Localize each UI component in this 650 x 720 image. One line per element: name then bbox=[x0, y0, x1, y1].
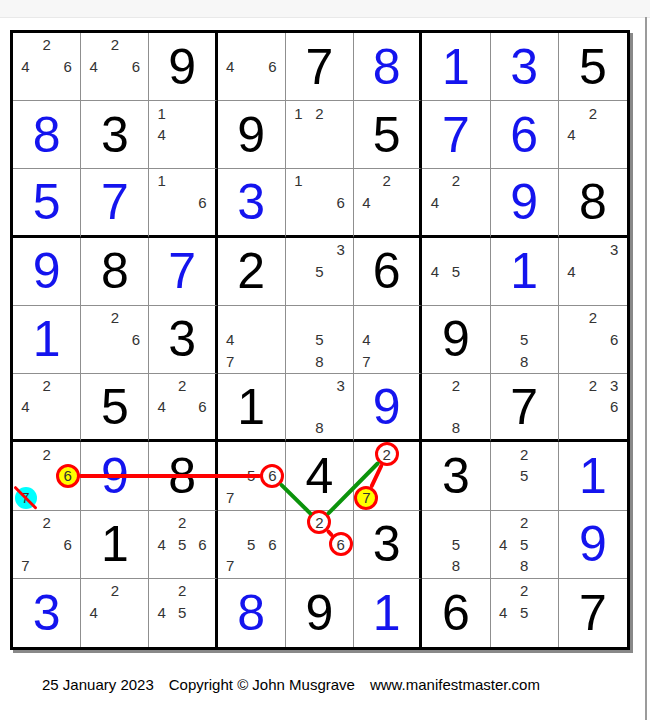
candidate-slot bbox=[535, 533, 556, 555]
candidate-slot bbox=[104, 624, 125, 646]
cell-r7c4[interactable]: 567 bbox=[218, 442, 286, 510]
candidate-slot: 5 bbox=[514, 329, 535, 351]
candidate-slot: 4 bbox=[561, 124, 582, 146]
candidate-digit: 3 bbox=[610, 378, 618, 393]
candidate-slot: 6 bbox=[57, 56, 78, 78]
given-digit: 6 bbox=[442, 588, 470, 638]
candidate-slot bbox=[241, 329, 262, 351]
candidate-slot bbox=[397, 487, 417, 509]
candidate-slot bbox=[604, 146, 625, 168]
candidate-grid: 14 bbox=[149, 101, 214, 168]
candidate-slot bbox=[561, 102, 582, 124]
candidate-slot: 6 bbox=[192, 533, 212, 555]
cell-r1c6[interactable]: 8 bbox=[354, 33, 422, 101]
candidate-slot: 7 bbox=[220, 350, 241, 372]
given-digit: 3 bbox=[442, 451, 470, 501]
cell-r2c5[interactable]: 12 bbox=[286, 101, 354, 169]
cell-r3c5[interactable]: 16 bbox=[286, 169, 354, 237]
cell-r8c9[interactable]: 9 bbox=[559, 511, 627, 579]
candidate-slot bbox=[582, 146, 603, 168]
cell-r9c6[interactable]: 1 bbox=[354, 579, 422, 647]
candidate-slot bbox=[309, 307, 330, 329]
candidate-slot: 4 bbox=[493, 602, 514, 624]
candidate-slot: 6 bbox=[192, 192, 212, 213]
candidate-slot: 3 bbox=[604, 375, 625, 396]
cell-r1c2[interactable]: 246 bbox=[81, 33, 149, 101]
candidate-slot bbox=[466, 282, 487, 304]
candidate-slot bbox=[192, 580, 212, 602]
candidate-slot: 7 bbox=[356, 487, 376, 509]
cell-r9c1[interactable]: 3 bbox=[13, 579, 81, 647]
candidate-slot bbox=[493, 443, 514, 465]
cell-r6c5[interactable]: 38 bbox=[286, 374, 354, 442]
candidate-grid: 24 bbox=[422, 169, 489, 234]
cell-r2c2[interactable]: 3 bbox=[81, 101, 149, 169]
candidate-slot bbox=[397, 213, 417, 234]
cell-r4c4[interactable]: 2 bbox=[218, 238, 286, 306]
cell-r8c6[interactable]: 3 bbox=[354, 511, 422, 579]
window-top-strip bbox=[0, 0, 650, 18]
candidate-slot bbox=[192, 624, 212, 646]
given-digit: 7 bbox=[579, 588, 607, 638]
candidate-slot bbox=[377, 350, 397, 372]
candidate-slot: 2 bbox=[104, 34, 125, 56]
given-digit: 1 bbox=[101, 519, 129, 569]
candidate-slot: 8 bbox=[309, 350, 330, 372]
candidate-digit: 5 bbox=[247, 537, 255, 552]
candidate-slot bbox=[104, 350, 125, 372]
cell-r7c5[interactable]: 4 bbox=[286, 442, 354, 510]
candidate-grid: 2456 bbox=[149, 511, 214, 578]
candidate-slot bbox=[262, 555, 283, 577]
candidate-digit: 5 bbox=[520, 468, 528, 483]
cell-r5c4[interactable]: 47 bbox=[218, 306, 286, 374]
candidate-digit: 4 bbox=[499, 537, 507, 552]
candidate-slot bbox=[535, 350, 556, 372]
cell-r4c3[interactable]: 7 bbox=[149, 238, 217, 306]
window-right-edge bbox=[645, 17, 647, 720]
candidate-slot bbox=[57, 443, 78, 465]
candidate-digit: 4 bbox=[157, 399, 165, 414]
candidate-slot bbox=[241, 350, 262, 372]
candidate-slot bbox=[424, 512, 445, 534]
candidate-slot bbox=[288, 307, 309, 329]
candidate-slot: 2 bbox=[445, 170, 466, 191]
candidate-slot bbox=[172, 192, 192, 213]
cell-r9c4[interactable]: 8 bbox=[218, 579, 286, 647]
candidate-digit: 2 bbox=[111, 583, 119, 598]
candidate-digit: 6 bbox=[336, 537, 344, 552]
candidate-slot bbox=[561, 239, 582, 261]
candidate-slot: 6 bbox=[125, 329, 146, 351]
candidate-slot bbox=[445, 512, 466, 534]
candidate-digit: 8 bbox=[315, 420, 323, 435]
candidate-slot bbox=[309, 192, 330, 213]
cell-r8c7[interactable]: 58 bbox=[422, 511, 490, 579]
cell-r7c3[interactable]: 8 bbox=[149, 442, 217, 510]
candidate-slot bbox=[535, 555, 556, 577]
candidate-slot bbox=[262, 512, 283, 534]
candidate-slot bbox=[288, 350, 309, 372]
candidate-slot bbox=[377, 213, 397, 234]
candidate-slot bbox=[466, 396, 487, 417]
candidate-slot bbox=[83, 307, 104, 329]
candidate-slot bbox=[582, 417, 603, 438]
given-digit: 5 bbox=[373, 110, 401, 160]
candidate-slot: 3 bbox=[330, 375, 351, 396]
candidate-grid: 47 bbox=[218, 306, 285, 373]
candidate-slot bbox=[514, 624, 535, 646]
candidate-slot bbox=[493, 580, 514, 602]
candidate-digit: 2 bbox=[315, 515, 323, 530]
cell-r9c5[interactable]: 9 bbox=[286, 579, 354, 647]
cell-r5c5[interactable]: 58 bbox=[286, 306, 354, 374]
solved-digit: 5 bbox=[33, 177, 61, 227]
candidate-slot bbox=[104, 56, 125, 78]
candidate-slot bbox=[241, 34, 262, 56]
candidate-slot bbox=[241, 555, 262, 577]
candidate-slot bbox=[288, 375, 309, 396]
cell-r7c7[interactable]: 3 bbox=[422, 442, 490, 510]
candidate-slot bbox=[377, 465, 397, 487]
candidate-slot: 2 bbox=[514, 512, 535, 534]
solved-digit: 9 bbox=[101, 451, 129, 501]
candidate-slot: 2 bbox=[309, 512, 330, 534]
cell-r8c4[interactable]: 567 bbox=[218, 511, 286, 579]
solved-digit: 3 bbox=[510, 42, 538, 92]
candidate-slot: 7 bbox=[15, 487, 36, 509]
candidate-slot bbox=[288, 124, 309, 146]
candidate-digit: 7 bbox=[21, 558, 29, 573]
candidate-grid: 28 bbox=[422, 374, 489, 439]
candidate-grid: 24 bbox=[81, 579, 148, 647]
candidate-slot bbox=[192, 555, 212, 577]
candidate-slot: 8 bbox=[445, 417, 466, 438]
candidate-slot bbox=[192, 512, 212, 534]
candidate-digit: 1 bbox=[294, 106, 302, 121]
cell-r5c1[interactable]: 1 bbox=[13, 306, 81, 374]
candidate-slot bbox=[561, 396, 582, 417]
cell-r6c3[interactable]: 246 bbox=[149, 374, 217, 442]
candidate-slot bbox=[125, 350, 146, 372]
cell-r6c9[interactable]: 236 bbox=[559, 374, 627, 442]
cell-r6c8[interactable]: 7 bbox=[491, 374, 559, 442]
candidate-slot bbox=[445, 282, 466, 304]
cell-r4c8[interactable]: 1 bbox=[491, 238, 559, 306]
candidate-digit: 6 bbox=[198, 195, 206, 210]
candidate-digit: 6 bbox=[198, 537, 206, 552]
cell-r6c6[interactable]: 9 bbox=[354, 374, 422, 442]
cell-r9c8[interactable]: 245 bbox=[491, 579, 559, 647]
candidate-digit: 6 bbox=[64, 537, 72, 552]
cell-r1c1[interactable]: 246 bbox=[13, 33, 81, 101]
candidate-slot bbox=[535, 443, 556, 465]
cell-r9c7[interactable]: 6 bbox=[422, 579, 490, 647]
candidate-digit: 4 bbox=[362, 195, 370, 210]
cell-r8c2[interactable]: 1 bbox=[81, 511, 149, 579]
candidate-digit: 4 bbox=[157, 605, 165, 620]
cell-r3c8[interactable]: 9 bbox=[491, 169, 559, 237]
candidate-slot bbox=[514, 487, 535, 509]
candidate-slot bbox=[330, 282, 351, 304]
candidate-slot bbox=[83, 329, 104, 351]
sudoku-board: 2462469467813583149125762457163162424989… bbox=[10, 30, 630, 650]
candidate-grid: 27 bbox=[354, 442, 419, 509]
candidate-slot bbox=[466, 555, 487, 577]
candidate-slot bbox=[535, 329, 556, 351]
cell-r5c6[interactable]: 47 bbox=[354, 306, 422, 374]
candidate-slot bbox=[15, 533, 36, 555]
candidate-slot bbox=[172, 555, 192, 577]
cell-r9c3[interactable]: 245 bbox=[149, 579, 217, 647]
candidate-slot bbox=[192, 124, 212, 146]
cell-r3c4[interactable]: 3 bbox=[218, 169, 286, 237]
candidate-slot bbox=[288, 396, 309, 417]
cell-r2c3[interactable]: 14 bbox=[149, 101, 217, 169]
candidate-slot: 5 bbox=[514, 602, 535, 624]
candidate-slot bbox=[582, 350, 603, 372]
candidate-slot bbox=[125, 307, 146, 329]
cell-r2c1[interactable]: 8 bbox=[13, 101, 81, 169]
cell-r6c1[interactable]: 24 bbox=[13, 374, 81, 442]
cell-r7c1[interactable]: 267 bbox=[13, 442, 81, 510]
candidate-slot bbox=[493, 465, 514, 487]
candidate-grid: 24 bbox=[354, 169, 419, 234]
candidate-slot: 6 bbox=[604, 329, 625, 351]
candidate-slot bbox=[535, 512, 556, 534]
candidate-digit: 4 bbox=[567, 127, 575, 142]
candidate-grid: 567 bbox=[218, 511, 285, 578]
cell-r2c9[interactable]: 24 bbox=[559, 101, 627, 169]
candidate-slot: 6 bbox=[262, 56, 283, 78]
cell-r8c3[interactable]: 2456 bbox=[149, 511, 217, 579]
cell-r6c2[interactable]: 5 bbox=[81, 374, 149, 442]
candidate-grid: 35 bbox=[286, 238, 353, 305]
cell-r7c2[interactable]: 9 bbox=[81, 442, 149, 510]
candidate-grid: 246 bbox=[149, 374, 214, 439]
candidate-digit: 2 bbox=[520, 515, 528, 530]
cell-r5c9[interactable]: 26 bbox=[559, 306, 627, 374]
candidate-digit: 3 bbox=[336, 378, 344, 393]
candidate-slot bbox=[535, 602, 556, 624]
solved-digit: 1 bbox=[579, 451, 607, 501]
cell-r5c2[interactable]: 26 bbox=[81, 306, 149, 374]
candidate-slot bbox=[57, 77, 78, 99]
candidate-slot bbox=[561, 329, 582, 351]
candidate-slot bbox=[288, 192, 309, 213]
given-digit: 6 bbox=[373, 246, 401, 296]
candidate-slot: 4 bbox=[424, 260, 445, 282]
candidate-slot bbox=[241, 487, 262, 509]
given-digit: 3 bbox=[168, 314, 196, 364]
candidate-slot bbox=[151, 375, 171, 396]
cell-r4c7[interactable]: 45 bbox=[422, 238, 490, 306]
candidate-slot bbox=[220, 307, 241, 329]
candidate-slot: 6 bbox=[262, 533, 283, 555]
caption-copyright: Copyright © John Musgrave bbox=[169, 676, 355, 693]
solved-digit: 1 bbox=[442, 42, 470, 92]
candidate-digit: 2 bbox=[111, 37, 119, 52]
candidate-slot: 2 bbox=[36, 443, 57, 465]
candidate-slot: 4 bbox=[151, 396, 171, 417]
candidate-grid: 24 bbox=[559, 101, 627, 168]
cell-r7c9[interactable]: 1 bbox=[559, 442, 627, 510]
candidate-digit: 1 bbox=[294, 173, 302, 188]
cell-r2c4[interactable]: 9 bbox=[218, 101, 286, 169]
solved-digit: 9 bbox=[579, 519, 607, 569]
candidate-digit: 5 bbox=[452, 264, 460, 279]
candidate-digit: 2 bbox=[42, 378, 50, 393]
cell-r8c1[interactable]: 267 bbox=[13, 511, 81, 579]
candidate-slot: 6 bbox=[330, 192, 351, 213]
cell-r6c7[interactable]: 28 bbox=[422, 374, 490, 442]
cell-r7c6[interactable]: 27 bbox=[354, 442, 422, 510]
given-digit: 3 bbox=[373, 519, 401, 569]
candidate-slot bbox=[330, 102, 351, 124]
candidate-slot bbox=[57, 396, 78, 417]
candidate-slot: 1 bbox=[151, 170, 171, 191]
candidate-slot bbox=[288, 417, 309, 438]
cell-r3c3[interactable]: 16 bbox=[149, 169, 217, 237]
candidate-slot bbox=[356, 307, 376, 329]
candidate-slot: 4 bbox=[493, 533, 514, 555]
candidate-digit: 2 bbox=[452, 378, 460, 393]
cell-r4c9[interactable]: 34 bbox=[559, 238, 627, 306]
cell-r8c5[interactable]: 26 bbox=[286, 511, 354, 579]
candidate-slot bbox=[397, 170, 417, 191]
cell-r4c6[interactable]: 6 bbox=[354, 238, 422, 306]
candidate-slot bbox=[397, 192, 417, 213]
candidate-digit: 4 bbox=[362, 332, 370, 347]
candidate-slot bbox=[330, 307, 351, 329]
candidate-slot bbox=[330, 512, 351, 534]
cell-r3c6[interactable]: 24 bbox=[354, 169, 422, 237]
cell-r4c1[interactable]: 9 bbox=[13, 238, 81, 306]
candidate-slot bbox=[192, 213, 212, 234]
candidate-slot bbox=[466, 512, 487, 534]
candidate-slot bbox=[330, 396, 351, 417]
cell-r7c8[interactable]: 25 bbox=[491, 442, 559, 510]
cell-r9c2[interactable]: 24 bbox=[81, 579, 149, 647]
candidate-slot bbox=[83, 624, 104, 646]
candidate-slot bbox=[172, 124, 192, 146]
cell-r1c9[interactable]: 5 bbox=[559, 33, 627, 101]
candidate-slot bbox=[535, 487, 556, 509]
cell-r4c2[interactable]: 8 bbox=[81, 238, 149, 306]
candidate-slot: 8 bbox=[309, 417, 330, 438]
candidate-slot: 6 bbox=[604, 396, 625, 417]
candidate-slot bbox=[397, 307, 417, 329]
candidate-digit: 7 bbox=[226, 558, 234, 573]
candidate-digit: 2 bbox=[589, 106, 597, 121]
cell-r2c7[interactable]: 7 bbox=[422, 101, 490, 169]
given-digit: 8 bbox=[101, 246, 129, 296]
cell-r1c4[interactable]: 46 bbox=[218, 33, 286, 101]
candidate-slot bbox=[493, 555, 514, 577]
candidate-slot bbox=[57, 375, 78, 396]
candidate-slot bbox=[466, 213, 487, 234]
candidate-slot bbox=[288, 213, 309, 234]
candidate-slot bbox=[466, 375, 487, 396]
cell-r8c8[interactable]: 2458 bbox=[491, 511, 559, 579]
candidate-slot bbox=[172, 213, 192, 234]
cell-r2c8[interactable]: 6 bbox=[491, 101, 559, 169]
candidate-digit: 6 bbox=[336, 195, 344, 210]
candidate-slot bbox=[172, 624, 192, 646]
candidate-slot bbox=[15, 77, 36, 99]
candidate-slot: 4 bbox=[15, 56, 36, 78]
candidate-slot bbox=[262, 487, 283, 509]
cell-r1c3[interactable]: 9 bbox=[149, 33, 217, 101]
candidate-slot bbox=[57, 512, 78, 534]
candidate-digit: 2 bbox=[178, 378, 186, 393]
candidate-slot bbox=[493, 329, 514, 351]
cell-r2c6[interactable]: 5 bbox=[354, 101, 422, 169]
candidate-slot bbox=[582, 329, 603, 351]
cell-r1c7[interactable]: 1 bbox=[422, 33, 490, 101]
cell-r9c9[interactable]: 7 bbox=[559, 579, 627, 647]
candidate-slot: 2 bbox=[445, 375, 466, 396]
candidate-slot: 2 bbox=[582, 375, 603, 396]
candidate-digit: 3 bbox=[610, 242, 618, 257]
candidate-slot bbox=[424, 417, 445, 438]
candidate-grid: 47 bbox=[354, 306, 419, 373]
solved-digit: 1 bbox=[373, 588, 401, 638]
cell-r1c8[interactable]: 3 bbox=[491, 33, 559, 101]
candidate-slot bbox=[309, 375, 330, 396]
candidate-slot: 4 bbox=[151, 602, 171, 624]
candidate-grid: 26 bbox=[286, 511, 353, 578]
cell-r3c2[interactable]: 7 bbox=[81, 169, 149, 237]
cell-r3c9[interactable]: 8 bbox=[559, 169, 627, 237]
candidate-grid: 236 bbox=[559, 374, 627, 439]
cell-r5c8[interactable]: 58 bbox=[491, 306, 559, 374]
candidate-grid: 26 bbox=[81, 306, 148, 373]
candidate-grid: 2458 bbox=[491, 511, 558, 578]
candidate-slot bbox=[330, 417, 351, 438]
candidate-slot bbox=[262, 443, 283, 465]
candidate-digit: 2 bbox=[383, 447, 391, 462]
candidate-grid: 26 bbox=[559, 306, 627, 373]
cell-r1c5[interactable]: 7 bbox=[286, 33, 354, 101]
cell-r4c5[interactable]: 35 bbox=[286, 238, 354, 306]
given-digit: 8 bbox=[168, 451, 196, 501]
candidate-slot: 2 bbox=[36, 34, 57, 56]
candidate-digit: 2 bbox=[111, 310, 119, 325]
candidate-grid: 38 bbox=[286, 374, 353, 439]
candidate-grid: 267 bbox=[13, 511, 80, 578]
cell-r5c3[interactable]: 3 bbox=[149, 306, 217, 374]
cell-r3c7[interactable]: 24 bbox=[422, 169, 490, 237]
candidate-grid: 245 bbox=[149, 579, 214, 647]
candidate-slot bbox=[241, 443, 262, 465]
candidate-slot bbox=[288, 512, 309, 534]
candidate-digit: 7 bbox=[21, 490, 29, 505]
candidate-slot: 6 bbox=[125, 56, 146, 78]
given-digit: 7 bbox=[306, 42, 334, 92]
candidate-grid: 24 bbox=[13, 374, 80, 439]
candidate-slot: 2 bbox=[36, 512, 57, 534]
cell-r5c7[interactable]: 9 bbox=[422, 306, 490, 374]
candidate-slot bbox=[604, 307, 625, 329]
candidate-grid: 58 bbox=[286, 306, 353, 373]
candidate-grid: 567 bbox=[218, 442, 285, 509]
cell-r3c1[interactable]: 5 bbox=[13, 169, 81, 237]
candidate-grid: 34 bbox=[559, 238, 627, 305]
candidate-slot bbox=[309, 239, 330, 261]
candidate-digit: 7 bbox=[362, 490, 370, 505]
cell-r6c4[interactable]: 1 bbox=[218, 374, 286, 442]
